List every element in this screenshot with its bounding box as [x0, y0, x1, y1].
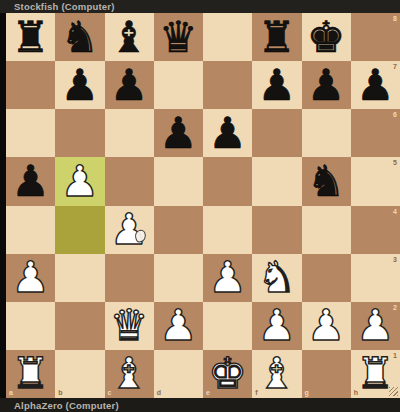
square-f6[interactable]	[252, 109, 301, 157]
square-a6[interactable]	[6, 109, 55, 157]
piece-white-pawn[interactable]: ♟	[105, 206, 154, 254]
file-label-b: b	[58, 389, 62, 396]
square-a1[interactable]: ♜a	[6, 350, 55, 398]
piece-white-knight[interactable]: ♞	[252, 254, 301, 302]
square-d6[interactable]: ♟	[154, 109, 203, 157]
piece-black-pawn[interactable]: ♟	[203, 109, 252, 157]
square-g3[interactable]	[302, 254, 351, 302]
piece-black-pawn[interactable]: ♟	[351, 61, 400, 109]
piece-white-pawn[interactable]: ♟	[252, 302, 301, 350]
square-b8[interactable]: ♞	[55, 13, 104, 61]
square-d2[interactable]: ♟	[154, 302, 203, 350]
square-h8[interactable]: 8	[351, 13, 400, 61]
square-a7[interactable]	[6, 61, 55, 109]
piece-white-rook[interactable]: ♜	[6, 350, 55, 398]
piece-white-king[interactable]: ♚	[203, 350, 252, 398]
piece-black-pawn[interactable]: ♟	[154, 109, 203, 157]
square-c1[interactable]: ♝c	[105, 350, 154, 398]
board-resize-handle-icon[interactable]	[389, 387, 398, 396]
square-b2[interactable]	[55, 302, 104, 350]
square-a8[interactable]: ♜	[6, 13, 55, 61]
square-c7[interactable]: ♟	[105, 61, 154, 109]
square-f8[interactable]: ♜	[252, 13, 301, 61]
square-g2[interactable]: ♟	[302, 302, 351, 350]
piece-black-pawn[interactable]: ♟	[105, 61, 154, 109]
square-c8[interactable]: ♝	[105, 13, 154, 61]
square-e1[interactable]: ♚e	[203, 350, 252, 398]
square-b3[interactable]	[55, 254, 104, 302]
square-a5[interactable]: ♟	[6, 157, 55, 205]
square-h2[interactable]: ♟2	[351, 302, 400, 350]
file-label-g: g	[305, 389, 309, 396]
piece-black-pawn[interactable]: ♟	[302, 61, 351, 109]
piece-black-bishop[interactable]: ♝	[105, 13, 154, 61]
square-c3[interactable]	[105, 254, 154, 302]
rank-label-3: 3	[393, 256, 397, 263]
player-bottom-bar: AlphaZero (Computer)	[0, 398, 400, 412]
square-c6[interactable]	[105, 109, 154, 157]
rank-label-5: 5	[393, 159, 397, 166]
square-a4[interactable]	[6, 206, 55, 254]
square-d4[interactable]	[154, 206, 203, 254]
piece-white-queen[interactable]: ♛	[105, 302, 154, 350]
square-g8[interactable]: ♚	[302, 13, 351, 61]
piece-black-pawn[interactable]: ♟	[55, 61, 104, 109]
square-a2[interactable]	[6, 302, 55, 350]
square-e4[interactable]	[203, 206, 252, 254]
square-d8[interactable]: ♛	[154, 13, 203, 61]
rank-label-4: 4	[393, 208, 397, 215]
square-f2[interactable]: ♟	[252, 302, 301, 350]
square-e8[interactable]	[203, 13, 252, 61]
square-h6[interactable]: 6	[351, 109, 400, 157]
piece-white-pawn[interactable]: ♟	[6, 254, 55, 302]
square-f3[interactable]: ♞	[252, 254, 301, 302]
player-top-name: Stockfish (Computer)	[14, 1, 115, 12]
file-label-d: d	[157, 389, 161, 396]
piece-white-pawn[interactable]: ♟	[203, 254, 252, 302]
square-g4[interactable]	[302, 206, 351, 254]
square-g7[interactable]: ♟	[302, 61, 351, 109]
square-e7[interactable]	[203, 61, 252, 109]
square-d7[interactable]	[154, 61, 203, 109]
chess-board: ♜♞♝♛♜♚8♟♟♟♟♟7♟♟6♟♟♞5♟4♟♟♞3♛♟♟♟♟2♜ab♝cd♚e…	[6, 13, 400, 398]
square-e2[interactable]	[203, 302, 252, 350]
piece-white-pawn[interactable]: ♟	[351, 302, 400, 350]
square-c2[interactable]: ♛	[105, 302, 154, 350]
piece-black-pawn[interactable]: ♟	[6, 157, 55, 205]
square-d3[interactable]	[154, 254, 203, 302]
square-g1[interactable]: g	[302, 350, 351, 398]
square-d5[interactable]	[154, 157, 203, 205]
piece-black-king[interactable]: ♚	[302, 13, 351, 61]
piece-white-pawn[interactable]: ♟	[302, 302, 351, 350]
piece-white-pawn[interactable]: ♟	[55, 157, 104, 205]
square-h7[interactable]: ♟7	[351, 61, 400, 109]
square-c5[interactable]	[105, 157, 154, 205]
piece-black-rook[interactable]: ♜	[252, 13, 301, 61]
square-h5[interactable]: 5	[351, 157, 400, 205]
piece-black-knight[interactable]: ♞	[55, 13, 104, 61]
square-f4[interactable]	[252, 206, 301, 254]
square-f1[interactable]: ♝f	[252, 350, 301, 398]
piece-white-pawn[interactable]: ♟	[154, 302, 203, 350]
piece-black-rook[interactable]: ♜	[6, 13, 55, 61]
square-b5[interactable]: ♟	[55, 157, 104, 205]
square-b6[interactable]	[55, 109, 104, 157]
square-b1[interactable]: b	[55, 350, 104, 398]
square-f5[interactable]	[252, 157, 301, 205]
square-b7[interactable]: ♟	[55, 61, 104, 109]
square-e3[interactable]: ♟	[203, 254, 252, 302]
square-e6[interactable]: ♟	[203, 109, 252, 157]
square-b4[interactable]	[55, 206, 104, 254]
square-h4[interactable]: 4	[351, 206, 400, 254]
piece-black-knight[interactable]: ♞	[302, 157, 351, 205]
square-e5[interactable]	[203, 157, 252, 205]
square-g5[interactable]: ♞	[302, 157, 351, 205]
video-frame: Stockfish (Computer) ♜♞♝♛♜♚8♟♟♟♟♟7♟♟6♟♟♞…	[0, 0, 400, 412]
piece-black-pawn[interactable]: ♟	[252, 61, 301, 109]
square-g6[interactable]	[302, 109, 351, 157]
square-c4[interactable]: ♟	[105, 206, 154, 254]
square-h3[interactable]: 3	[351, 254, 400, 302]
piece-white-bishop[interactable]: ♝	[252, 350, 301, 398]
player-bottom-name: AlphaZero (Computer)	[14, 400, 119, 411]
square-f7[interactable]: ♟	[252, 61, 301, 109]
rank-label-8: 8	[393, 15, 397, 22]
square-a3[interactable]: ♟	[6, 254, 55, 302]
player-top-bar: Stockfish (Computer)	[0, 0, 400, 13]
square-d1[interactable]: d	[154, 350, 203, 398]
rank-label-6: 6	[393, 111, 397, 118]
piece-black-queen[interactable]: ♛	[154, 13, 203, 61]
piece-white-bishop[interactable]: ♝	[105, 350, 154, 398]
